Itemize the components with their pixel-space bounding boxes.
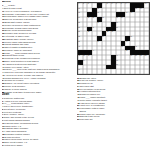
clue-number: 40 [2,63,5,65]
clue-number: 48 [88,55,90,57]
clue-number: 47 [83,55,85,57]
clue-number: 57 [116,64,118,66]
clue-number: 38 [2,60,5,62]
clue-number: 28 [78,27,80,29]
clue-number: 34 [111,31,113,33]
clue-number: 19 [78,17,80,19]
clue-number: 24 [121,17,123,19]
clue-number: 46 [78,55,80,57]
clue-number: 25 [78,22,80,24]
clue-number: 17 [126,12,128,14]
clue-number: 33 [2,49,5,51]
clue-number: 13 [2,15,5,17]
clue-number: 23 [2,141,5,143]
clue-number: 33 [107,31,109,33]
clue-number: 21 [2,138,5,140]
clue-number: 41 [78,46,80,48]
clue-number: 19 [2,27,5,29]
clue-number: 39 [77,90,80,92]
clue-number: 9 [2,119,4,121]
clue-number: 13 [135,8,137,10]
clue-number: 42 [121,46,123,48]
clue-number: 4 [102,3,103,5]
clue-number: 44 [92,50,94,52]
clue-number: 10 [145,3,147,5]
clue-number: 16 [97,12,99,14]
clue-number: 11 [2,10,5,12]
clue-number: 26 [97,22,99,24]
clue-column-left: Across1 ___ of Duty4 Spot to park a kart… [2,1,75,149]
clue-number: 50 [77,104,80,106]
clue-number: 11 [78,8,80,10]
clue-number: 37 [130,36,132,38]
clue-number: 20 [2,136,5,138]
clue-number: 49 [116,55,118,57]
crossword-puzzle-page: 1234567891011121314151617181920212223242… [0,0,150,150]
clue-number: 3 [2,102,4,104]
clue-number: 55 [116,60,118,62]
clue-number: 45 [126,50,128,52]
clue-number: 5 [2,108,4,110]
clue-number: 31 [78,31,80,33]
clue-number: 28 [2,38,5,40]
clue-number: 38 [78,41,80,43]
clue-number: 52 [77,113,80,115]
clue-number: 53 [77,115,80,117]
grid-cell[interactable] [144,69,149,74]
clue-number: 15 [78,12,80,14]
clue-number: 16 [2,21,5,23]
clue-number: 56 [77,118,80,120]
clue-number: 43 [2,68,5,70]
clue-number: 39 [97,41,99,43]
clue: 24 Tetris piece shape [2,144,75,147]
clue-number: 9 [126,3,127,5]
clue-number: 52 [140,55,142,57]
clue-number: 55 [2,82,5,84]
clue-number: 35 [78,36,80,38]
clue-number: 14 [140,8,142,10]
clue-number: 32 [88,31,90,33]
clue-number: 57 [2,88,5,90]
clue-number: 15 [2,18,5,20]
clue-number: 8 [2,116,4,118]
clue-number: 51 [77,107,80,109]
clue-number: 36 [77,88,80,90]
clue-number: 42 [77,93,80,95]
clue-number: 35 [2,52,5,54]
clue-number: 32 [77,79,80,81]
crossword-grid[interactable]: 1234567891011121314151617181920212223242… [77,2,150,75]
clue-number: 27 [116,22,118,24]
clue-number: 43 [135,46,137,48]
clue-number: 54 [2,79,5,81]
clue-number: 48 [77,102,80,104]
clue-number: 50 [130,55,132,57]
clue-number: 1 [2,97,4,99]
clue-number: 21 [92,17,94,19]
clue-number: 20 [88,17,90,19]
clue-number: 30 [116,27,118,29]
clue-number: 1 [2,4,4,6]
clue-number: 18 [2,133,5,135]
clue-number: 56 [2,85,5,87]
clue-number: 34 [77,85,80,87]
clue-number: 47 [77,99,80,101]
clue-number: 29 [92,27,94,29]
clue-number: 40 [126,41,128,43]
clue-number: 41 [2,66,5,68]
clue-number: 31 [2,46,5,48]
clue-number: 4 [2,105,4,107]
clue-number: 2 [2,100,4,102]
clue-number: 18 [130,12,132,14]
clue-number: 7 [116,3,117,5]
clue-number: 17 [2,24,5,26]
clue-number: 44 [2,71,5,73]
clue-number: 2 [83,3,84,5]
clue-number: 10 [2,122,5,124]
clue-number: 36 [2,54,5,56]
clue-number: 46 [2,74,5,76]
clue-number: 12 [2,13,5,15]
clue-number: 13 [2,127,5,129]
clue-number: 58 [78,69,80,71]
clue-number: 56 [78,64,80,66]
clue-number: 29 [2,41,5,43]
clue-number: 51 [135,55,137,57]
clue-number: 49 [2,77,5,79]
clue-number: 12 [2,125,5,127]
clue-number: 7 [2,113,4,115]
clue-number: 3 [88,3,89,5]
clue-number: 25 [2,32,5,34]
clue-number: 27 [2,35,5,37]
clue-number: 24 [2,144,5,146]
clue-number: 26 [77,77,80,79]
clue-number: 1 [78,3,79,5]
clue-number: 8 [121,3,122,5]
clue-number: 54 [83,60,85,62]
clue-number: 22 [2,29,5,31]
clue-column-middle: 26 Boss's lair, often32 8-bit era consol… [77,77,111,150]
clue-number: 12 [97,8,99,10]
clue-number: 6 [111,3,112,5]
clue-number: 6 [2,111,4,113]
clue-number: 37 [2,57,5,59]
clue-number: 45 [77,96,80,98]
clue-number: 36 [102,36,104,38]
clue-number: 23 [116,17,118,19]
clue-number: 53 [145,55,147,57]
clue-number: 5 [107,3,108,5]
clue-number: 22 [102,17,104,19]
clue: 56 Pac-Man dot [77,118,111,121]
clue-number: 30 [2,43,5,45]
clue-number: 14 [2,130,5,132]
clue-number: 33 [77,82,80,84]
clue-number: 4 [2,7,4,9]
clue-column-right [114,77,150,150]
